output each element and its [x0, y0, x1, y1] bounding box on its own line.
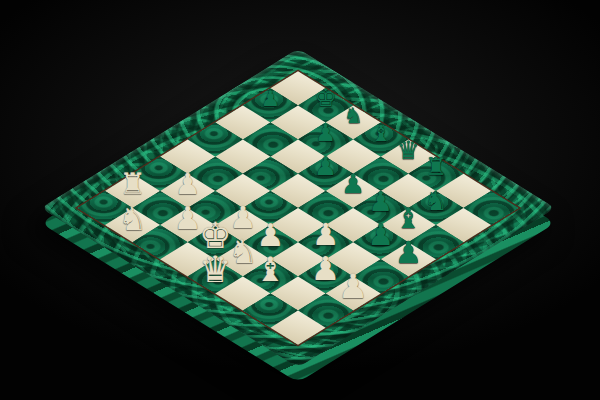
- white-queen: ♛: [199, 251, 232, 287]
- white-pawn: ♟: [174, 202, 202, 233]
- green-knight: ♞: [424, 188, 448, 214]
- green-knight: ♞: [343, 105, 362, 127]
- white-pawn: ♟: [229, 203, 256, 233]
- green-pawn: ♟: [315, 121, 336, 144]
- photo-background: ♚♞♝♛♜♟♟♞♟♟♟♝♟♟♟♟♟♟♟♟♜♟♚♞♝♞♛: [0, 0, 600, 400]
- green-pawn: ♟: [367, 220, 394, 250]
- white-knight: ♞: [228, 236, 257, 269]
- green-pawn: ♟: [314, 154, 337, 180]
- white-pawn: ♟: [338, 270, 368, 304]
- green-pawn: ♟: [369, 187, 393, 214]
- green-pawn: ♟: [395, 237, 422, 267]
- board-frame: ♚♞♝♛♜♟♟♞♟♟♟♝♟♟♟♟♟♟♟♟♜♟♚♞♝♞♛: [41, 48, 556, 367]
- green-pawn: ♟: [261, 88, 280, 110]
- white-rook: ♜: [119, 169, 146, 199]
- green-bishop: ♝: [396, 204, 421, 232]
- green-king: ♚: [314, 86, 336, 111]
- green-queen: ♛: [397, 137, 420, 162]
- white-knight: ♞: [118, 202, 147, 234]
- white-pawn: ♟: [311, 253, 340, 286]
- white-pawn: ♟: [312, 220, 339, 250]
- white-pawn: ♟: [175, 170, 201, 199]
- green-bishop: ♝: [371, 121, 391, 143]
- green-pawn: ♟: [341, 171, 365, 197]
- chess-board: ♚♞♝♛♜♟♟♞♟♟♟♝♟♟♟♟♟♟♟♟♜♟♚♞♝♞♛: [77, 71, 518, 345]
- white-bishop: ♝: [255, 253, 285, 287]
- white-pawn: ♟: [256, 220, 284, 251]
- green-rook: ♜: [425, 155, 447, 179]
